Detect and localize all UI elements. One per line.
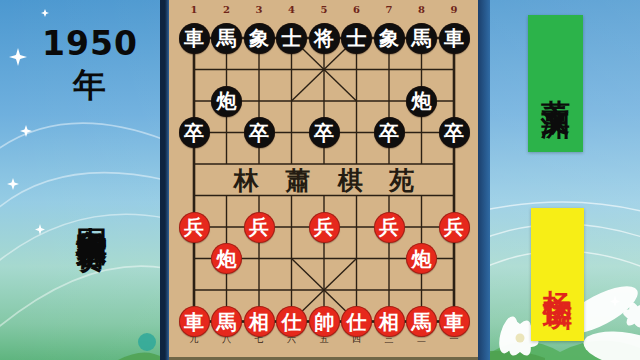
piece-black-象[interactable]: 象 (374, 23, 405, 54)
file-number-top: 2 (216, 4, 238, 15)
piece-red-馬[interactable]: 馬 (211, 306, 242, 337)
board-left-edge (160, 0, 169, 360)
piece-red-車[interactable]: 車 (439, 306, 470, 337)
scene: 1950年 中国象棋擂台赛 林蕭棋苑 123456789九八七六五四三二一車馬象… (0, 0, 640, 360)
river-watermark-char: 苑 (390, 164, 415, 197)
piece-black-士[interactable]: 士 (276, 23, 307, 54)
player-name-top: 董文渊 (541, 76, 570, 91)
piece-black-馬[interactable]: 馬 (211, 23, 242, 54)
piece-red-相[interactable]: 相 (244, 306, 275, 337)
piece-red-兵[interactable]: 兵 (309, 212, 340, 243)
piece-black-炮[interactable]: 炮 (406, 86, 437, 117)
player-label-top: 董文渊 (528, 15, 583, 152)
piece-red-兵[interactable]: 兵 (439, 212, 470, 243)
river-watermark-char: 林 (234, 164, 259, 197)
river-watermark: 林蕭棋苑 (194, 165, 454, 195)
file-number-top: 9 (443, 4, 465, 15)
piece-red-兵[interactable]: 兵 (374, 212, 405, 243)
piece-red-相[interactable]: 相 (374, 306, 405, 337)
teal-bubble (138, 333, 156, 351)
piece-red-馬[interactable]: 馬 (406, 306, 437, 337)
piece-red-車[interactable]: 車 (179, 306, 210, 337)
player-name-bottom: 杨官璘 (543, 267, 572, 282)
xiangqi-board[interactable]: 林蕭棋苑 123456789九八七六五四三二一車馬象士将士象馬車炮炮卒卒卒卒卒兵… (160, 0, 490, 360)
piece-black-将[interactable]: 将 (309, 23, 340, 54)
river-watermark-char: 蕭 (286, 164, 311, 197)
river-watermark-char: 棋 (338, 164, 363, 197)
piece-black-車[interactable]: 車 (439, 23, 470, 54)
piece-black-卒[interactable]: 卒 (244, 117, 275, 148)
file-number-top: 1 (183, 4, 205, 15)
board-play-area[interactable]: 林蕭棋苑 123456789九八七六五四三二一車馬象士将士象馬車炮炮卒卒卒卒卒兵… (169, 0, 478, 357)
file-number-top: 5 (313, 4, 335, 15)
piece-black-士[interactable]: 士 (341, 23, 372, 54)
piece-red-兵[interactable]: 兵 (179, 212, 210, 243)
piece-black-卒[interactable]: 卒 (374, 117, 405, 148)
piece-red-仕[interactable]: 仕 (276, 306, 307, 337)
file-number-top: 6 (346, 4, 368, 15)
piece-black-卒[interactable]: 卒 (179, 117, 210, 148)
piece-red-兵[interactable]: 兵 (244, 212, 275, 243)
file-number-top: 4 (281, 4, 303, 15)
piece-red-炮[interactable]: 炮 (406, 243, 437, 274)
piece-black-車[interactable]: 車 (179, 23, 210, 54)
piece-red-炮[interactable]: 炮 (211, 243, 242, 274)
piece-red-帥[interactable]: 帥 (309, 306, 340, 337)
piece-black-馬[interactable]: 馬 (406, 23, 437, 54)
file-number-top: 7 (378, 4, 400, 15)
file-number-top: 8 (411, 4, 433, 15)
piece-black-卒[interactable]: 卒 (439, 117, 470, 148)
piece-red-仕[interactable]: 仕 (341, 306, 372, 337)
piece-black-卒[interactable]: 卒 (309, 117, 340, 148)
board-right-edge (478, 0, 490, 360)
file-number-top: 3 (248, 4, 270, 15)
piece-black-炮[interactable]: 炮 (211, 86, 242, 117)
piece-black-象[interactable]: 象 (244, 23, 275, 54)
event-title-vertical: 中国象棋擂台赛 (73, 78, 111, 340)
player-label-bottom: 杨官璘 (531, 208, 584, 341)
